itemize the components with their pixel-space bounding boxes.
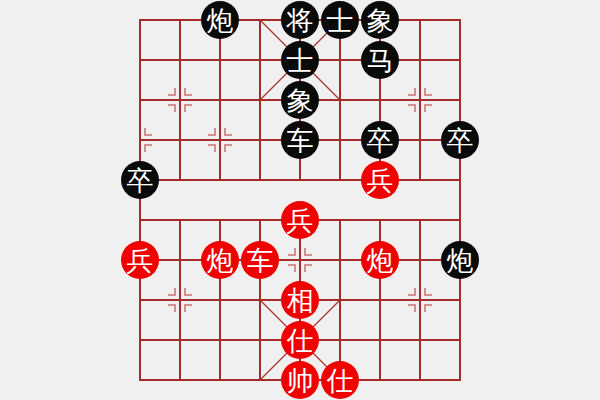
piece-black-soldier[interactable]: 卒 <box>441 121 479 159</box>
piece-black-chariot[interactable]: 车 <box>281 121 319 159</box>
point-marker-corner <box>408 88 416 96</box>
point-marker-corner <box>424 104 432 112</box>
point-marker-corner <box>208 128 216 136</box>
piece-red-cannon[interactable]: 炮 <box>201 241 239 279</box>
point-marker-corner <box>424 288 432 296</box>
piece-black-cannon[interactable]: 炮 <box>201 1 239 39</box>
point-marker-corner <box>288 248 296 256</box>
piece-black-cannon[interactable]: 炮 <box>441 241 479 279</box>
point-marker-corner <box>208 144 216 152</box>
point-marker-corner <box>288 264 296 272</box>
point-marker-corner <box>184 88 192 96</box>
piece-red-soldier[interactable]: 兵 <box>281 201 319 239</box>
xiangqi-board[interactable]: 炮将士象士马象车卒卒卒炮兵兵兵炮车炮相仕帅仕 <box>139 19 461 381</box>
piece-red-soldier[interactable]: 兵 <box>121 241 159 279</box>
piece-red-cannon[interactable]: 炮 <box>361 241 399 279</box>
point-marker-corner <box>304 248 312 256</box>
piece-red-soldier[interactable]: 兵 <box>361 161 399 199</box>
point-marker-corner <box>424 88 432 96</box>
piece-red-advisor[interactable]: 仕 <box>281 321 319 359</box>
point-marker-corner <box>168 304 176 312</box>
piece-black-elephant[interactable]: 象 <box>281 81 319 119</box>
piece-black-soldier[interactable]: 卒 <box>361 121 399 159</box>
point-marker-corner <box>224 128 232 136</box>
point-marker-corner <box>408 304 416 312</box>
point-marker-corner <box>144 128 152 136</box>
xiangqi-diagram: 炮将士象士马象车卒卒卒炮兵兵兵炮车炮相仕帅仕 <box>0 0 600 400</box>
point-marker-corner <box>408 288 416 296</box>
piece-black-general[interactable]: 将 <box>281 1 319 39</box>
point-marker-corner <box>184 288 192 296</box>
point-marker-corner <box>224 144 232 152</box>
piece-black-advisor[interactable]: 士 <box>321 1 359 39</box>
piece-red-elephant[interactable]: 相 <box>281 281 319 319</box>
point-marker-corner <box>144 144 152 152</box>
point-marker-corner <box>184 104 192 112</box>
point-marker-corner <box>168 88 176 96</box>
point-marker-corner <box>168 104 176 112</box>
piece-black-advisor[interactable]: 士 <box>281 41 319 79</box>
point-marker-corner <box>168 288 176 296</box>
point-marker-corner <box>424 304 432 312</box>
point-marker-corner <box>304 264 312 272</box>
piece-black-soldier[interactable]: 卒 <box>121 161 159 199</box>
point-marker-corner <box>184 304 192 312</box>
piece-black-horse[interactable]: 马 <box>361 41 399 79</box>
piece-red-chariot[interactable]: 车 <box>241 241 279 279</box>
point-marker-corner <box>408 104 416 112</box>
piece-red-advisor[interactable]: 仕 <box>321 361 359 399</box>
piece-black-elephant[interactable]: 象 <box>361 1 399 39</box>
piece-red-general[interactable]: 帅 <box>281 361 319 399</box>
